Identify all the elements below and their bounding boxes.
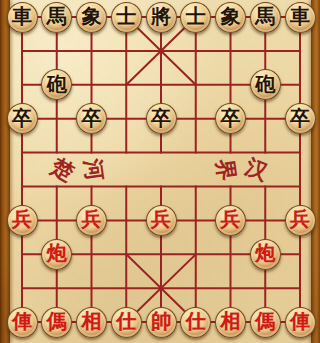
piece-red-chariot[interactable]: 俥 bbox=[7, 307, 38, 338]
piece-glyph: 士 bbox=[116, 6, 136, 26]
river-character: 汉 bbox=[237, 150, 277, 189]
piece-red-soldier[interactable]: 兵 bbox=[215, 205, 246, 236]
piece-black-chariot[interactable]: 車 bbox=[7, 2, 38, 33]
piece-red-elephant[interactable]: 相 bbox=[215, 307, 246, 338]
river-character: 河 bbox=[76, 152, 110, 187]
piece-glyph: 仕 bbox=[186, 311, 206, 331]
xiangqi-board: 楚河 界汉 車馬象士將士象馬車砲砲卒卒卒卒卒兵兵兵兵兵炮炮俥傌相仕帥仕相傌俥 bbox=[0, 0, 320, 343]
piece-red-general[interactable]: 帥 bbox=[146, 307, 177, 338]
piece-glyph: 卒 bbox=[82, 108, 102, 128]
piece-glyph: 兵 bbox=[290, 209, 310, 229]
piece-glyph: 砲 bbox=[255, 74, 275, 94]
piece-black-advisor[interactable]: 士 bbox=[111, 2, 142, 33]
piece-black-soldier[interactable]: 卒 bbox=[7, 103, 38, 134]
piece-glyph: 帥 bbox=[151, 311, 171, 331]
piece-black-advisor[interactable]: 士 bbox=[180, 2, 211, 33]
piece-black-general[interactable]: 將 bbox=[146, 2, 177, 33]
river-label-chu-he: 楚河 bbox=[47, 152, 109, 187]
piece-black-elephant[interactable]: 象 bbox=[76, 2, 107, 33]
piece-glyph: 俥 bbox=[12, 311, 32, 331]
piece-red-chariot[interactable]: 俥 bbox=[285, 307, 316, 338]
piece-red-cannon[interactable]: 炮 bbox=[250, 239, 281, 270]
piece-black-horse[interactable]: 馬 bbox=[41, 2, 72, 33]
piece-glyph: 傌 bbox=[255, 311, 275, 331]
piece-red-cannon[interactable]: 炮 bbox=[41, 239, 72, 270]
piece-red-horse[interactable]: 傌 bbox=[250, 307, 281, 338]
piece-red-advisor[interactable]: 仕 bbox=[111, 307, 142, 338]
piece-glyph: 卒 bbox=[221, 108, 241, 128]
piece-glyph: 仕 bbox=[116, 311, 136, 331]
piece-glyph: 士 bbox=[186, 6, 206, 26]
piece-glyph: 兵 bbox=[12, 209, 32, 229]
piece-black-soldier[interactable]: 卒 bbox=[76, 103, 107, 134]
piece-glyph: 兵 bbox=[221, 209, 241, 229]
piece-glyph: 馬 bbox=[255, 6, 275, 26]
piece-glyph: 象 bbox=[82, 6, 102, 26]
piece-red-elephant[interactable]: 相 bbox=[76, 307, 107, 338]
river-character: 界 bbox=[208, 152, 242, 187]
river-character: 楚 bbox=[42, 149, 83, 190]
piece-glyph: 車 bbox=[290, 6, 310, 26]
piece-glyph: 傌 bbox=[47, 311, 67, 331]
river-label-han-jie: 界汉 bbox=[210, 152, 272, 187]
piece-glyph: 兵 bbox=[151, 209, 171, 229]
piece-glyph: 兵 bbox=[82, 209, 102, 229]
piece-black-soldier[interactable]: 卒 bbox=[215, 103, 246, 134]
piece-glyph: 相 bbox=[221, 311, 241, 331]
piece-red-soldier[interactable]: 兵 bbox=[285, 205, 316, 236]
piece-red-soldier[interactable]: 兵 bbox=[146, 205, 177, 236]
piece-black-chariot[interactable]: 車 bbox=[285, 2, 316, 33]
piece-glyph: 砲 bbox=[47, 74, 67, 94]
piece-black-cannon[interactable]: 砲 bbox=[250, 69, 281, 100]
piece-glyph: 象 bbox=[221, 6, 241, 26]
piece-black-horse[interactable]: 馬 bbox=[250, 2, 281, 33]
piece-glyph: 卒 bbox=[151, 108, 171, 128]
piece-glyph: 俥 bbox=[290, 311, 310, 331]
piece-red-soldier[interactable]: 兵 bbox=[7, 205, 38, 236]
piece-glyph: 相 bbox=[82, 311, 102, 331]
piece-glyph: 將 bbox=[151, 6, 171, 26]
piece-glyph: 卒 bbox=[290, 108, 310, 128]
piece-glyph: 車 bbox=[12, 6, 32, 26]
piece-glyph: 炮 bbox=[47, 243, 67, 263]
piece-red-soldier[interactable]: 兵 bbox=[76, 205, 107, 236]
piece-black-soldier[interactable]: 卒 bbox=[285, 103, 316, 134]
piece-black-elephant[interactable]: 象 bbox=[215, 2, 246, 33]
piece-glyph: 馬 bbox=[47, 6, 67, 26]
piece-red-horse[interactable]: 傌 bbox=[41, 307, 72, 338]
piece-glyph: 卒 bbox=[12, 108, 32, 128]
piece-black-soldier[interactable]: 卒 bbox=[146, 103, 177, 134]
piece-glyph: 炮 bbox=[255, 243, 275, 263]
piece-red-advisor[interactable]: 仕 bbox=[180, 307, 211, 338]
